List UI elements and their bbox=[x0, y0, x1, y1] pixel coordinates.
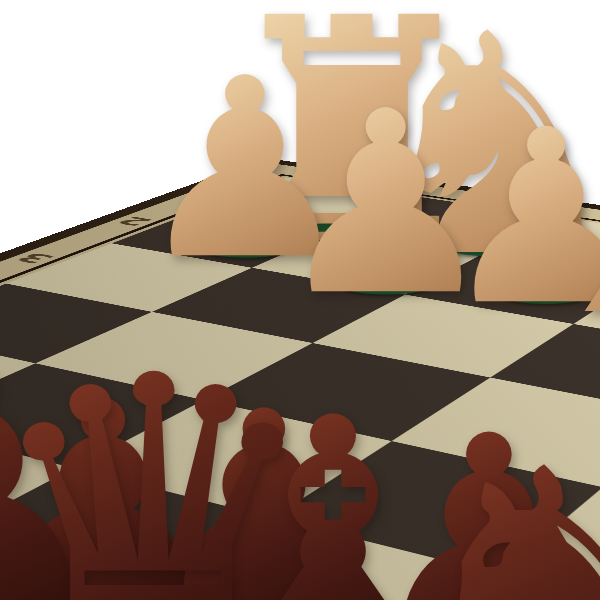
piece-layer: ♜♞♟♟♟♝♟♟♟♝♟♛♞ bbox=[0, 0, 600, 600]
black-knight-a6[interactable]: ♞ bbox=[383, 420, 600, 600]
white-bishop-f1[interactable]: ♝ bbox=[521, 58, 600, 358]
black-queen-e6[interactable]: ♛ bbox=[0, 327, 326, 600]
product-photo-scene: 12345678HGFEDCBA ♜♞♟♟♟♝♟♟♟♝♟♛♞ bbox=[0, 0, 600, 600]
